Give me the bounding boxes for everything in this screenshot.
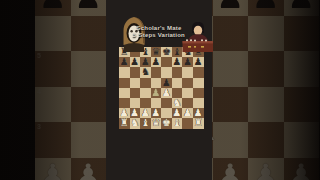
board-square: ♝ bbox=[172, 118, 183, 128]
title-line-2: 5 Steps Variation bbox=[106, 32, 212, 39]
desk-marking bbox=[201, 46, 204, 48]
board-square bbox=[161, 98, 172, 108]
tiny-chess-piece bbox=[186, 39, 188, 41]
chess-piece: ♜ bbox=[120, 118, 129, 128]
board-square bbox=[193, 88, 204, 98]
board-square: ♜ bbox=[119, 118, 130, 128]
board-square bbox=[182, 118, 193, 128]
chess-piece: ♟ bbox=[130, 57, 139, 67]
board-square: ♚ bbox=[161, 118, 172, 128]
chess-piece: ♟ bbox=[183, 108, 192, 118]
board-square: ♛ bbox=[151, 118, 162, 128]
board-square bbox=[172, 78, 183, 88]
board-square bbox=[182, 78, 193, 88]
board-square: ♝ bbox=[140, 118, 151, 128]
board-square bbox=[193, 78, 204, 88]
chess-piece: ♜ bbox=[194, 118, 203, 128]
board-square: ♟ bbox=[182, 108, 193, 118]
board-square bbox=[193, 67, 204, 77]
chess-piece: ♟ bbox=[120, 57, 129, 67]
board-square bbox=[130, 67, 141, 77]
board-square: ♚ bbox=[161, 47, 172, 57]
board-square: ♟ bbox=[182, 57, 193, 67]
chess-piece: ♞ bbox=[130, 118, 139, 128]
video-title: Scholar's Mate 5 Steps Variation bbox=[106, 25, 212, 39]
board-square: ♜ bbox=[193, 118, 204, 128]
board-square bbox=[119, 78, 130, 88]
chess-piece: ♚ bbox=[162, 47, 171, 57]
title-line-1: Scholar's Mate bbox=[106, 25, 212, 32]
tiny-chess-piece bbox=[194, 39, 196, 41]
board-square bbox=[151, 67, 162, 77]
tiny-chess-piece bbox=[201, 39, 203, 41]
board-square bbox=[119, 88, 130, 98]
board-square bbox=[119, 67, 130, 77]
board-square: ♞ bbox=[130, 118, 141, 128]
board-square: ♟ bbox=[172, 57, 183, 67]
tiny-chess-piece bbox=[205, 39, 207, 41]
chess-piece: ♟ bbox=[194, 57, 203, 67]
hint-piece-ghost: ♟ bbox=[151, 87, 160, 97]
chess-piece: ♟ bbox=[151, 57, 160, 67]
video-frame: Scholar's Mate 5 Steps Variation bbox=[106, 0, 212, 180]
chess-piece: ♝ bbox=[173, 118, 182, 128]
chess-board: ♜♝♛♚♝♞♜♟♟♟♟♟♟♟♞♟♟♟♞♟♟♟♟♟♟♟♜♞♝♛♚♝♜ bbox=[119, 47, 204, 129]
board-square: ♟ bbox=[119, 57, 130, 67]
board-square bbox=[140, 78, 151, 88]
desk-marking bbox=[194, 46, 196, 48]
board-square bbox=[161, 57, 172, 67]
chess-piece: ♞ bbox=[141, 67, 150, 77]
chess-piece: ♚ bbox=[162, 118, 171, 128]
board-square: ♟ bbox=[151, 57, 162, 67]
tiny-chess-piece bbox=[190, 39, 192, 41]
board-square: ♞ bbox=[140, 67, 151, 77]
chess-piece: ♟ bbox=[183, 57, 192, 67]
desk-top bbox=[183, 41, 214, 43]
desk-marking bbox=[188, 46, 191, 48]
chess-piece: ♛ bbox=[151, 118, 160, 128]
board-square bbox=[130, 78, 141, 88]
board-square: ♟ bbox=[130, 57, 141, 67]
board-square: ♟ bbox=[151, 88, 162, 98]
board-square bbox=[172, 67, 183, 77]
board-square: ♟ bbox=[193, 57, 204, 67]
shorts-video-thumbnail[interactable]: ♟♟♟♟♟♟♟♟543♟♟♟♟♟♟♟♟ ♝ Scholar's Mate 5 S… bbox=[0, 0, 320, 180]
chess-piece: ♟ bbox=[173, 57, 182, 67]
board-square bbox=[140, 88, 151, 98]
chess-piece: ♟ bbox=[162, 87, 171, 97]
board-square bbox=[130, 88, 141, 98]
chess-piece: ♝ bbox=[141, 118, 150, 128]
board-square: ♟ bbox=[161, 88, 172, 98]
board-square bbox=[182, 88, 193, 98]
board-square bbox=[182, 67, 193, 77]
